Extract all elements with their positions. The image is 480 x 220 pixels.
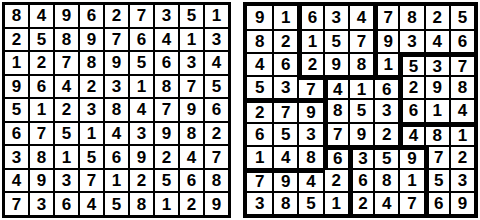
right-cell-r3c6: 1 [373, 52, 398, 75]
right-jigsaw-sudoku-grid: 9163478258215793464629815375374162982798… [243, 2, 478, 218]
right-cell-r3c5: 8 [348, 52, 373, 75]
left-cell-r3c9: 4 [205, 52, 228, 74]
left-cell-r5c1: 5 [5, 99, 28, 121]
left-cell-r9c4: 4 [80, 193, 103, 215]
right-cell-r6c7: 4 [398, 122, 423, 145]
right-cell-r6c3: 3 [297, 122, 322, 145]
right-cell-r4c4: 4 [323, 75, 348, 98]
right-cell-r9c1: 3 [247, 191, 272, 214]
right-cell-r1c1: 9 [247, 6, 272, 29]
left-cell-r4c5: 3 [105, 76, 128, 98]
right-cell-r5c7: 6 [398, 98, 423, 121]
left-cell-r1c3: 9 [55, 5, 78, 27]
left-cell-r6c7: 9 [155, 123, 178, 145]
right-cell-r5c9: 4 [449, 98, 474, 121]
right-cell-r5c2: 7 [272, 98, 297, 121]
left-cell-r7c5: 6 [105, 146, 128, 168]
right-cell-r6c8: 8 [424, 122, 449, 145]
left-cell-r9c2: 3 [30, 193, 53, 215]
left-cell-r9c7: 1 [155, 193, 178, 215]
left-cell-r5c7: 7 [155, 99, 178, 121]
right-cell-r5c6: 3 [373, 98, 398, 121]
right-cell-r2c5: 7 [348, 29, 373, 52]
right-cell-r7c6: 5 [373, 145, 398, 168]
right-cell-r4c9: 8 [449, 75, 474, 98]
right-cell-r1c3: 6 [297, 6, 322, 29]
right-cell-r1c4: 3 [323, 6, 348, 29]
left-cell-r2c2: 5 [30, 29, 53, 51]
left-cell-r6c3: 5 [55, 123, 78, 145]
left-cell-r5c5: 8 [105, 99, 128, 121]
left-cell-r3c4: 8 [80, 52, 103, 74]
left-cell-r4c8: 7 [180, 76, 203, 98]
left-cell-r2c9: 3 [205, 29, 228, 51]
left-cell-r1c4: 6 [80, 5, 103, 27]
right-cell-r3c1: 4 [247, 52, 272, 75]
left-cell-r4c4: 2 [80, 76, 103, 98]
left-cell-r4c6: 1 [130, 76, 153, 98]
left-cell-r3c7: 6 [155, 52, 178, 74]
left-cell-r4c1: 9 [5, 76, 28, 98]
right-cell-r6c1: 6 [247, 122, 272, 145]
right-cell-r9c9: 9 [449, 191, 474, 214]
right-cell-r1c8: 2 [424, 6, 449, 29]
left-cell-r3c1: 1 [5, 52, 28, 74]
left-cell-r7c4: 5 [80, 146, 103, 168]
left-cell-r9c9: 9 [205, 193, 228, 215]
right-cell-r1c2: 1 [272, 6, 297, 29]
right-cell-r1c6: 7 [373, 6, 398, 29]
right-cell-r8c4: 2 [323, 168, 348, 191]
left-cell-r6c1: 6 [5, 123, 28, 145]
left-cell-r1c6: 7 [130, 5, 153, 27]
right-cell-r4c3: 7 [297, 75, 322, 98]
right-cell-r8c6: 8 [373, 168, 398, 191]
left-cell-r7c3: 1 [55, 146, 78, 168]
left-cell-r9c8: 2 [180, 193, 203, 215]
right-cell-r6c9: 1 [449, 122, 474, 145]
right-cell-r8c3: 4 [297, 168, 322, 191]
right-cell-r8c8: 5 [424, 168, 449, 191]
left-sudoku-grid: 8496273512589764131278956349642318755123… [2, 2, 231, 218]
left-cell-r6c2: 7 [30, 123, 53, 145]
right-cell-r4c2: 3 [272, 75, 297, 98]
right-cell-r3c8: 3 [424, 52, 449, 75]
left-cell-r2c7: 4 [155, 29, 178, 51]
left-cell-r2c5: 7 [105, 29, 128, 51]
left-cell-r6c9: 2 [205, 123, 228, 145]
left-cell-r8c3: 3 [55, 170, 78, 192]
right-cell-r3c9: 7 [449, 52, 474, 75]
left-cell-r8c6: 2 [130, 170, 153, 192]
right-cell-r2c1: 8 [247, 29, 272, 52]
left-cell-r7c2: 8 [30, 146, 53, 168]
right-cell-r5c1: 2 [247, 98, 272, 121]
left-cell-r2c3: 8 [55, 29, 78, 51]
right-cell-r1c9: 5 [449, 6, 474, 29]
left-cell-r5c9: 6 [205, 99, 228, 121]
left-cell-r3c2: 2 [30, 52, 53, 74]
right-cell-r2c4: 5 [323, 29, 348, 52]
right-cell-r5c8: 1 [424, 98, 449, 121]
left-cell-r5c6: 4 [130, 99, 153, 121]
right-cell-r4c8: 9 [424, 75, 449, 98]
right-cell-r5c5: 5 [348, 98, 373, 121]
left-cell-r5c3: 2 [55, 99, 78, 121]
right-cell-r6c6: 2 [373, 122, 398, 145]
left-cell-r3c3: 7 [55, 52, 78, 74]
left-cell-r7c6: 9 [130, 146, 153, 168]
left-cell-r1c7: 3 [155, 5, 178, 27]
left-cell-r7c9: 7 [205, 146, 228, 168]
left-cell-r4c2: 6 [30, 76, 53, 98]
right-cell-r2c6: 9 [373, 29, 398, 52]
left-cell-r1c2: 4 [30, 5, 53, 27]
right-cell-r3c3: 2 [297, 52, 322, 75]
left-cell-r9c1: 7 [5, 193, 28, 215]
left-cell-r3c8: 3 [180, 52, 203, 74]
right-cell-r9c6: 4 [373, 191, 398, 214]
right-cell-r9c2: 8 [272, 191, 297, 214]
left-cell-r7c7: 2 [155, 146, 178, 168]
left-cell-r1c9: 1 [205, 5, 228, 27]
right-cell-r2c3: 1 [297, 29, 322, 52]
left-cell-r3c5: 9 [105, 52, 128, 74]
right-cell-r7c4: 6 [323, 145, 348, 168]
right-cell-r1c7: 8 [398, 6, 423, 29]
right-cell-r2c2: 2 [272, 29, 297, 52]
right-cell-r8c9: 3 [449, 168, 474, 191]
left-cell-r4c7: 8 [155, 76, 178, 98]
right-cell-r3c4: 9 [323, 52, 348, 75]
left-cell-r2c1: 2 [5, 29, 28, 51]
right-cell-r2c9: 6 [449, 29, 474, 52]
left-cell-r8c5: 1 [105, 170, 128, 192]
left-cell-r4c3: 4 [55, 76, 78, 98]
right-cell-r7c2: 4 [272, 145, 297, 168]
right-cell-r2c8: 4 [424, 29, 449, 52]
left-cell-r8c2: 9 [30, 170, 53, 192]
left-cell-r8c1: 4 [5, 170, 28, 192]
left-cell-r9c5: 5 [105, 193, 128, 215]
right-cell-r7c8: 7 [424, 145, 449, 168]
left-cell-r1c1: 8 [5, 5, 28, 27]
left-cell-r1c5: 2 [105, 5, 128, 27]
left-cell-r8c4: 7 [80, 170, 103, 192]
left-cell-r3c6: 5 [130, 52, 153, 74]
right-cell-r3c2: 6 [272, 52, 297, 75]
sudoku-solutions-pair: 8496273512589764131278956349642318755123… [0, 0, 480, 220]
left-cell-r7c8: 4 [180, 146, 203, 168]
right-cell-r5c3: 9 [297, 98, 322, 121]
right-cell-r8c5: 6 [348, 168, 373, 191]
right-cell-r7c7: 9 [398, 145, 423, 168]
right-cell-r7c3: 8 [297, 145, 322, 168]
left-cell-r6c8: 8 [180, 123, 203, 145]
right-cell-r9c5: 2 [348, 191, 373, 214]
left-cell-r8c8: 6 [180, 170, 203, 192]
right-cell-r6c2: 5 [272, 122, 297, 145]
left-cell-r5c8: 9 [180, 99, 203, 121]
left-cell-r9c6: 8 [130, 193, 153, 215]
left-cell-r5c2: 1 [30, 99, 53, 121]
left-cell-r7c1: 3 [5, 146, 28, 168]
right-cell-r8c2: 9 [272, 168, 297, 191]
left-cell-r8c7: 5 [155, 170, 178, 192]
right-cell-r7c9: 2 [449, 145, 474, 168]
left-cell-r4c9: 5 [205, 76, 228, 98]
left-cell-r8c9: 8 [205, 170, 228, 192]
left-cell-r6c4: 1 [80, 123, 103, 145]
right-cell-r2c7: 3 [398, 29, 423, 52]
left-cell-r2c8: 1 [180, 29, 203, 51]
left-cell-r9c3: 6 [55, 193, 78, 215]
right-cell-r6c4: 7 [323, 122, 348, 145]
right-cell-r7c1: 1 [247, 145, 272, 168]
left-cell-r2c6: 6 [130, 29, 153, 51]
left-cell-r6c6: 3 [130, 123, 153, 145]
right-cell-r4c1: 5 [247, 75, 272, 98]
right-cell-r3c7: 5 [398, 52, 423, 75]
right-cell-r8c7: 1 [398, 168, 423, 191]
right-cell-r9c8: 6 [424, 191, 449, 214]
left-cell-r2c4: 9 [80, 29, 103, 51]
right-cell-r9c7: 7 [398, 191, 423, 214]
left-cell-r1c8: 5 [180, 5, 203, 27]
right-cell-r1c5: 4 [348, 6, 373, 29]
left-cell-r6c5: 4 [105, 123, 128, 145]
right-cell-r4c6: 6 [373, 75, 398, 98]
right-cell-r5c4: 8 [323, 98, 348, 121]
right-cell-r9c3: 5 [297, 191, 322, 214]
right-cell-r4c5: 1 [348, 75, 373, 98]
right-cell-r4c7: 2 [398, 75, 423, 98]
right-cell-r9c4: 1 [323, 191, 348, 214]
left-cell-r5c4: 3 [80, 99, 103, 121]
right-cell-r8c1: 7 [247, 168, 272, 191]
right-cell-r7c5: 3 [348, 145, 373, 168]
right-cell-r6c5: 9 [348, 122, 373, 145]
